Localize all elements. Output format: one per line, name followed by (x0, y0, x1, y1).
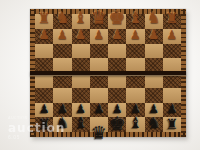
piece-black-rook: ♜ (166, 116, 179, 130)
piece-black-pawn: ♟ (39, 103, 50, 115)
piece-brown-pawn: ♟ (57, 29, 68, 41)
piece-black-pawn: ♟ (93, 103, 104, 115)
piece-brown-pawn: ♟ (166, 29, 177, 41)
piece-brown-king: ♚ (109, 8, 126, 27)
piece-black-pawn: ♟ (166, 103, 177, 115)
piece-brown-pawn: ♟ (112, 29, 123, 41)
piece-black-bishop: ♝ (129, 116, 142, 131)
piece-black-rook: ♜ (38, 116, 51, 130)
piece-brown-rook: ♜ (38, 12, 51, 26)
piece-brown-pawn: ♟ (75, 29, 86, 41)
piece-brown-queen: ♛ (91, 9, 107, 27)
piece-brown-rook: ♜ (166, 12, 179, 26)
piece-brown-pawn: ♟ (148, 29, 159, 41)
chess-board: ♜♞♝♛♚♝♞♜♟♟♟♟♟♟♟♟♟♟♟♟♟♟♟♟♜♞♝♛♚♝♞♜ (30, 9, 186, 137)
piece-brown-pawn: ♟ (39, 29, 50, 41)
photo-background: ♜♞♝♛♚♝♞♜♟♟♟♟♟♟♟♟♟♟♟♟♟♟♟♟♜♞♝♛♚♝♞♜ AUCTION… (0, 0, 200, 150)
piece-black-knight: ♞ (56, 116, 69, 131)
piece-black-king: ♚ (109, 113, 126, 132)
piece-brown-knight: ♞ (56, 11, 69, 26)
piece-brown-bishop: ♝ (74, 11, 87, 26)
pieces-layer: ♜♞♝♛♚♝♞♜♟♟♟♟♟♟♟♟♟♟♟♟♟♟♟♟♜♞♝♛♚♝♞♜ (35, 14, 181, 132)
piece-brown-pawn: ♟ (93, 29, 104, 41)
piece-brown-knight: ♞ (147, 11, 160, 26)
piece-brown-bishop: ♝ (129, 11, 142, 26)
piece-brown-pawn: ♟ (130, 29, 141, 41)
piece-black-knight: ♞ (147, 116, 160, 131)
piece-black-bishop: ♝ (74, 116, 87, 131)
piece-black-queen: ♛ (91, 124, 107, 142)
